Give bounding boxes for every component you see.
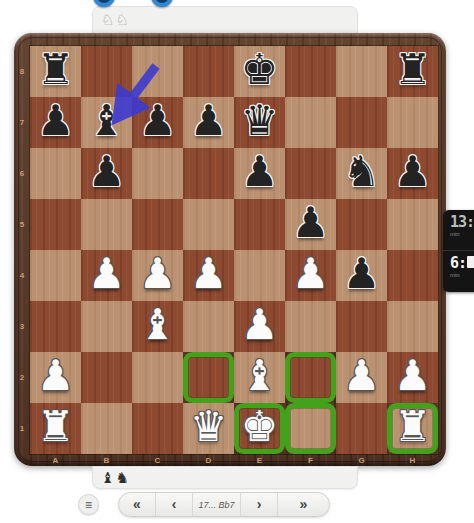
square-d5[interactable]	[183, 199, 234, 250]
clock-cut-digit	[467, 256, 474, 268]
chevron-left-icon: ‹	[172, 497, 177, 513]
square-d4[interactable]: ♟	[183, 250, 234, 301]
square-d6[interactable]	[183, 148, 234, 199]
square-a4[interactable]	[30, 250, 81, 301]
black-pawn-g4[interactable]: ♟	[343, 253, 381, 295]
square-b7[interactable]: ♝	[81, 97, 132, 148]
file-label-b: B	[81, 454, 132, 466]
rank-label-6: 6	[14, 148, 30, 199]
rank-label-3: 3	[14, 301, 30, 352]
file-label-g: G	[336, 454, 387, 466]
square-f4[interactable]: ♟	[285, 250, 336, 301]
black-rook-a8[interactable]: ♜	[37, 49, 75, 91]
square-g7[interactable]	[336, 97, 387, 148]
rank-label-8: 8	[14, 46, 30, 97]
square-g3[interactable]	[336, 301, 387, 352]
square-e3[interactable]: ♟	[234, 301, 285, 352]
square-c3[interactable]: ♝	[132, 301, 183, 352]
file-label-c: C	[132, 454, 183, 466]
square-f6[interactable]	[285, 148, 336, 199]
square-f1[interactable]	[285, 403, 336, 454]
clock-top-unit: min	[450, 230, 474, 238]
white-pawn-d4[interactable]: ♟	[190, 253, 228, 295]
square-b5[interactable]	[81, 199, 132, 250]
black-knight-g6[interactable]: ♞	[343, 151, 381, 193]
square-c4[interactable]: ♟	[132, 250, 183, 301]
rank-label-2: 2	[14, 352, 30, 403]
game-clock: 13: min 6: min	[443, 210, 474, 292]
square-h4[interactable]	[387, 250, 438, 301]
square-d3[interactable]	[183, 301, 234, 352]
captured-white-knights: ♘♘	[101, 11, 130, 29]
square-h1[interactable]: ♜	[387, 403, 438, 454]
white-pawn-g2[interactable]: ♟	[343, 355, 381, 397]
file-label-f: F	[285, 454, 336, 466]
square-f5[interactable]: ♟	[285, 199, 336, 250]
black-pawn-a7[interactable]: ♟	[37, 100, 75, 142]
board-grid: ♜♚♜♟♝♟♟♛♟♟♞♟♟♟♟♟♟♟♝♟♟♝♟♟♜♛♚♜	[30, 46, 438, 454]
square-h6[interactable]: ♟	[387, 148, 438, 199]
clock-bottom: 6: min	[443, 251, 474, 291]
first-move-button[interactable]: «	[119, 493, 156, 516]
captured-white-tray: ♘♘	[92, 6, 358, 34]
square-c8[interactable]	[132, 46, 183, 97]
square-g6[interactable]: ♞	[336, 148, 387, 199]
move-navigation: « ‹ 17... Bb7 › »	[118, 492, 330, 517]
square-e5[interactable]	[234, 199, 285, 250]
black-pawn-d7[interactable]: ♟	[190, 100, 228, 142]
white-pawn-c4[interactable]: ♟	[139, 253, 177, 295]
square-b6[interactable]: ♟	[81, 148, 132, 199]
square-c1[interactable]	[132, 403, 183, 454]
white-bishop-e2[interactable]: ♝	[241, 355, 279, 397]
white-pawn-b4[interactable]: ♟	[88, 253, 126, 295]
file-label-h: H	[387, 454, 438, 466]
square-a7[interactable]: ♟	[30, 97, 81, 148]
square-a1[interactable]: ♜	[30, 403, 81, 454]
square-d8[interactable]	[183, 46, 234, 97]
black-pawn-h6[interactable]: ♟	[394, 151, 432, 193]
square-h5[interactable]	[387, 199, 438, 250]
white-bishop-c3[interactable]: ♝	[139, 304, 177, 346]
square-d7[interactable]: ♟	[183, 97, 234, 148]
square-g2[interactable]: ♟	[336, 352, 387, 403]
white-pawn-f4[interactable]: ♟	[292, 253, 330, 295]
square-c6[interactable]	[132, 148, 183, 199]
square-b4[interactable]: ♟	[81, 250, 132, 301]
black-bishop-b7[interactable]: ♝	[88, 100, 126, 142]
rank-label-4: 4	[14, 250, 30, 301]
square-a5[interactable]	[30, 199, 81, 250]
file-labels: ABCDEFGH	[30, 454, 438, 466]
square-h2[interactable]: ♟	[387, 352, 438, 403]
rank-label-5: 5	[14, 199, 30, 250]
square-b2[interactable]	[81, 352, 132, 403]
file-label-a: A	[30, 454, 81, 466]
square-e4[interactable]	[234, 250, 285, 301]
square-e1[interactable]: ♚	[234, 403, 285, 454]
square-g1[interactable]	[336, 403, 387, 454]
menu-button[interactable]: ≡	[78, 494, 99, 515]
square-c7[interactable]: ♟	[132, 97, 183, 148]
last-move-button[interactable]: »	[278, 493, 329, 516]
next-move-button[interactable]: ›	[241, 493, 278, 516]
rank-label-1: 1	[14, 403, 30, 454]
file-label-e: E	[234, 454, 285, 466]
current-move-label: 17... Bb7	[193, 493, 241, 516]
black-pawn-f5[interactable]: ♟	[292, 202, 330, 244]
square-e2[interactable]: ♝	[234, 352, 285, 403]
white-king-e1[interactable]: ♚	[241, 406, 279, 448]
black-king-e8[interactable]: ♚	[241, 49, 279, 91]
prev-move-button[interactable]: ‹	[156, 493, 193, 516]
chevron-right-icon: ›	[257, 497, 262, 513]
clock-bottom-time: 6:	[450, 256, 474, 271]
black-rook-h8[interactable]: ♜	[394, 49, 432, 91]
clock-top-time: 13:	[450, 215, 474, 230]
square-c5[interactable]	[132, 199, 183, 250]
black-pawn-c7[interactable]: ♟	[139, 100, 177, 142]
white-pawn-h2[interactable]: ♟	[394, 355, 432, 397]
square-b3[interactable]	[81, 301, 132, 352]
hamburger-icon: ≡	[85, 498, 92, 512]
square-a2[interactable]: ♟	[30, 352, 81, 403]
square-b1[interactable]	[81, 403, 132, 454]
square-d2[interactable]	[183, 352, 234, 403]
square-f2[interactable]	[285, 352, 336, 403]
black-queen-e7[interactable]: ♛	[241, 100, 279, 142]
square-h3[interactable]	[387, 301, 438, 352]
square-e6[interactable]: ♟	[234, 148, 285, 199]
move-text: 17... Bb7	[198, 500, 234, 510]
black-pawn-e6[interactable]: ♟	[241, 151, 279, 193]
captured-black-bishop-knight: ♝♞	[101, 469, 130, 487]
square-f3[interactable]	[285, 301, 336, 352]
square-h8[interactable]: ♜	[387, 46, 438, 97]
square-g8[interactable]	[336, 46, 387, 97]
file-label-d: D	[183, 454, 234, 466]
app-window: ♘♘ 87654321 ABCDEFGH ♜♚♜♟♝♟♟♛♟♟♞♟♟♟♟♟♟♟♝…	[0, 0, 474, 523]
double-chevron-left-icon: «	[133, 497, 141, 513]
square-c2[interactable]	[132, 352, 183, 403]
clock-bottom-unit: min	[450, 271, 474, 279]
square-e7[interactable]: ♛	[234, 97, 285, 148]
square-b8[interactable]	[81, 46, 132, 97]
square-a3[interactable]	[30, 301, 81, 352]
black-pawn-b6[interactable]: ♟	[88, 151, 126, 193]
captured-black-tray: ♝♞	[92, 466, 358, 489]
white-rook-a1[interactable]: ♜	[37, 406, 75, 448]
clock-top: 13: min	[443, 210, 474, 250]
square-f8[interactable]	[285, 46, 336, 97]
white-pawn-e3[interactable]: ♟	[241, 304, 279, 346]
square-a6[interactable]	[30, 148, 81, 199]
square-e8[interactable]: ♚	[234, 46, 285, 97]
double-chevron-right-icon: »	[300, 497, 308, 513]
square-a8[interactable]: ♜	[30, 46, 81, 97]
white-pawn-a2[interactable]: ♟	[37, 355, 75, 397]
white-rook-h1[interactable]: ♜	[394, 406, 432, 448]
square-h7[interactable]	[387, 97, 438, 148]
square-g4[interactable]: ♟	[336, 250, 387, 301]
chess-board: 87654321 ABCDEFGH ♜♚♜♟♝♟♟♛♟♟♞♟♟♟♟♟♟♟♝♟♟♝…	[14, 33, 446, 466]
square-g5[interactable]	[336, 199, 387, 250]
square-f7[interactable]	[285, 97, 336, 148]
rank-label-7: 7	[14, 97, 30, 148]
white-queen-d1[interactable]: ♛	[190, 406, 228, 448]
rank-labels: 87654321	[14, 46, 30, 454]
square-d1[interactable]: ♛	[183, 403, 234, 454]
